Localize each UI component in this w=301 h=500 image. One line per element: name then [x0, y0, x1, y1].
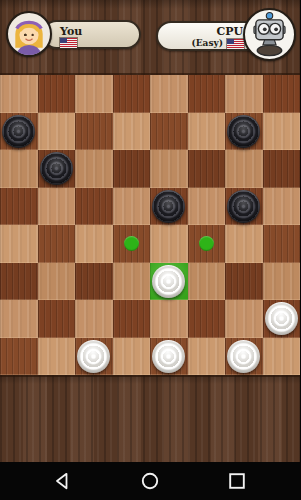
square-r2c4 [150, 150, 188, 188]
recents-button[interactable] [227, 471, 247, 491]
square-r1c2[interactable] [75, 113, 113, 151]
robot-avatar-icon [245, 10, 294, 59]
square-r1c0[interactable] [0, 113, 38, 151]
square-r3c6[interactable] [225, 188, 263, 226]
woman-avatar-icon [8, 13, 50, 55]
square-r0c3[interactable] [113, 75, 151, 113]
back-button[interactable] [53, 471, 73, 491]
square-r0c5[interactable] [188, 75, 226, 113]
square-r2c2 [75, 150, 113, 188]
square-r0c2 [75, 75, 113, 113]
us-flag-icon [227, 39, 244, 49]
square-r5c1 [38, 263, 76, 301]
square-r0c0 [0, 75, 38, 113]
square-r0c7[interactable] [263, 75, 301, 113]
square-r1c3 [113, 113, 151, 151]
square-r2c0 [0, 150, 38, 188]
square-r7c3 [113, 338, 151, 376]
square-r2c6 [225, 150, 263, 188]
square-r7c7 [263, 338, 301, 376]
square-r4c4 [150, 225, 188, 263]
cpu-avatar [243, 8, 296, 61]
player-avatar [6, 11, 52, 57]
square-r6c2 [75, 300, 113, 338]
square-r2c5[interactable] [188, 150, 226, 188]
square-r5c7 [263, 263, 301, 301]
square-r3c1 [38, 188, 76, 226]
player-name: You [60, 26, 82, 37]
square-r2c3[interactable] [113, 150, 151, 188]
header-bar: You CPU (Easy) [0, 0, 300, 75]
square-r3c3 [113, 188, 151, 226]
android-navbar [0, 462, 300, 500]
recents-icon [227, 471, 247, 491]
square-r4c2 [75, 225, 113, 263]
square-r6c0 [0, 300, 38, 338]
cpu-name: CPU [216, 26, 243, 37]
square-r7c1 [38, 338, 76, 376]
square-r4c6 [225, 225, 263, 263]
square-r1c6[interactable] [225, 113, 263, 151]
square-r6c6 [225, 300, 263, 338]
checker-white[interactable] [265, 302, 298, 335]
square-r6c4 [150, 300, 188, 338]
checker-white[interactable] [77, 340, 110, 373]
checker-black[interactable] [152, 190, 185, 223]
square-r1c5 [188, 113, 226, 151]
square-r7c0[interactable] [0, 338, 38, 376]
square-r3c2[interactable] [75, 188, 113, 226]
us-flag-icon [60, 38, 77, 48]
square-r6c1[interactable] [38, 300, 76, 338]
square-r4c3[interactable] [113, 225, 151, 263]
square-r2c7[interactable] [263, 150, 301, 188]
square-r6c5[interactable] [188, 300, 226, 338]
square-r1c1 [38, 113, 76, 151]
checker-white[interactable] [227, 340, 260, 373]
square-r5c5 [188, 263, 226, 301]
square-r7c6[interactable] [225, 338, 263, 376]
checker-black[interactable] [227, 190, 260, 223]
square-r4c5[interactable] [188, 225, 226, 263]
square-r5c6[interactable] [225, 263, 263, 301]
square-r5c2[interactable] [75, 263, 113, 301]
square-r3c5 [188, 188, 226, 226]
checker-black[interactable] [40, 152, 73, 185]
square-r0c6 [225, 75, 263, 113]
square-r5c3 [113, 263, 151, 301]
home-icon [140, 471, 160, 491]
square-r5c0[interactable] [0, 263, 38, 301]
square-r6c7[interactable] [263, 300, 301, 338]
square-r7c2[interactable] [75, 338, 113, 376]
checker-black[interactable] [2, 115, 35, 148]
selected-square-r5c4[interactable] [150, 263, 188, 301]
square-r2c1[interactable] [38, 150, 76, 188]
move-dot-r4c3[interactable] [124, 236, 139, 251]
square-r3c4[interactable] [150, 188, 188, 226]
square-r7c4[interactable] [150, 338, 188, 376]
square-r1c4[interactable] [150, 113, 188, 151]
square-r6c3[interactable] [113, 300, 151, 338]
square-r4c7[interactable] [263, 225, 301, 263]
square-r4c0 [0, 225, 38, 263]
back-icon [53, 471, 73, 491]
cpu-difficulty: (Easy) [191, 38, 223, 48]
board [0, 75, 300, 375]
player-name-pill: You [42, 20, 141, 49]
home-button[interactable] [140, 471, 160, 491]
square-r0c1[interactable] [38, 75, 76, 113]
move-dot-r4c5[interactable] [199, 236, 214, 251]
square-r3c0[interactable] [0, 188, 38, 226]
checker-black[interactable] [227, 115, 260, 148]
square-r4c1[interactable] [38, 225, 76, 263]
square-r3c7 [263, 188, 301, 226]
square-r1c7 [263, 113, 301, 151]
square-r7c5 [188, 338, 226, 376]
checker-white-selected[interactable] [152, 265, 185, 298]
footer-bar: Quit Settings Undo [0, 375, 300, 462]
checker-white[interactable] [152, 340, 185, 373]
square-r0c4 [150, 75, 188, 113]
